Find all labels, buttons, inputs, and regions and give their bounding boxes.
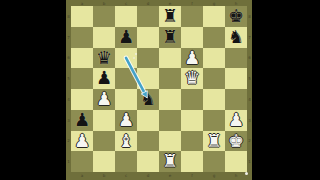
square-c3[interactable]: ♟ — [115, 110, 137, 131]
square-f7[interactable] — [181, 27, 203, 48]
square-g5[interactable] — [203, 68, 225, 89]
square-e6[interactable] — [159, 48, 181, 69]
square-f6[interactable]: ♟ — [181, 48, 203, 69]
square-b7[interactable] — [93, 27, 115, 48]
rank-label-left-2: 2 — [66, 138, 71, 143]
square-h4[interactable] — [225, 89, 247, 110]
file-label-top-g: g — [203, 1, 225, 6]
square-h2[interactable]: ♚ — [225, 131, 247, 152]
file-label-bottom-h: h — [225, 173, 247, 178]
square-a4[interactable] — [71, 89, 93, 110]
rank-label-right-7: 7 — [247, 35, 252, 40]
file-label-bottom-a: a — [71, 173, 93, 178]
piece-bp-c7[interactable]: ♟ — [118, 27, 134, 48]
rank-label-right-8: 8 — [247, 14, 252, 19]
rank-label-right-1: 1 — [247, 159, 252, 164]
square-c1[interactable] — [115, 151, 137, 172]
square-d2[interactable] — [137, 131, 159, 152]
square-e1[interactable]: ♜ — [159, 151, 181, 172]
square-f4[interactable] — [181, 89, 203, 110]
square-g8[interactable] — [203, 6, 225, 27]
square-d7[interactable] — [137, 27, 159, 48]
file-label-bottom-b: b — [93, 173, 115, 178]
file-label-bottom-c: c — [115, 173, 137, 178]
square-e2[interactable] — [159, 131, 181, 152]
square-b1[interactable] — [93, 151, 115, 172]
file-label-top-e: e — [159, 1, 181, 6]
square-f8[interactable] — [181, 6, 203, 27]
square-f1[interactable] — [181, 151, 203, 172]
square-f5[interactable]: ♛ — [181, 68, 203, 89]
piece-wq-f5[interactable]: ♛ — [184, 68, 200, 89]
piece-bp-b5[interactable]: ♟ — [96, 68, 112, 89]
square-e5[interactable] — [159, 68, 181, 89]
rank-label-left-6: 6 — [66, 55, 71, 60]
square-f3[interactable] — [181, 110, 203, 131]
rank-label-left-1: 1 — [66, 159, 71, 164]
square-e7[interactable]: ♜ — [159, 27, 181, 48]
rank-label-left-7: 7 — [66, 35, 71, 40]
square-b8[interactable] — [93, 6, 115, 27]
file-label-top-c: c — [115, 1, 137, 6]
square-h6[interactable] — [225, 48, 247, 69]
rank-label-left-3: 3 — [66, 118, 71, 123]
piece-wp-a2[interactable]: ♟ — [74, 131, 90, 152]
square-e4[interactable] — [159, 89, 181, 110]
rank-label-right-4: 4 — [247, 97, 252, 102]
file-label-bottom-g: g — [203, 173, 225, 178]
rank-label-right-2: 2 — [247, 138, 252, 143]
piece-wr-g2[interactable]: ♜ — [206, 131, 222, 152]
square-a5[interactable] — [71, 68, 93, 89]
square-c2[interactable]: ♝ — [115, 131, 137, 152]
square-g6[interactable] — [203, 48, 225, 69]
board-grid: ♜♚♟♜♞♛♟♟♛♟♞♟♟♟♟♝♜♚♜ — [71, 6, 247, 172]
file-label-top-f: f — [181, 1, 203, 6]
square-e8[interactable]: ♜ — [159, 6, 181, 27]
piece-br-e8[interactable]: ♜ — [162, 6, 178, 27]
piece-wb-c2[interactable]: ♝ — [118, 131, 134, 152]
square-d1[interactable] — [137, 151, 159, 172]
square-b2[interactable] — [93, 131, 115, 152]
rank-label-right-6: 6 — [247, 55, 252, 60]
square-a8[interactable] — [71, 6, 93, 27]
square-h7[interactable]: ♞ — [225, 27, 247, 48]
cursor-dot — [133, 57, 135, 59]
square-b3[interactable] — [93, 110, 115, 131]
square-c8[interactable] — [115, 6, 137, 27]
file-label-bottom-d: d — [137, 173, 159, 178]
file-label-top-a: a — [71, 1, 93, 6]
square-f2[interactable] — [181, 131, 203, 152]
square-g1[interactable] — [203, 151, 225, 172]
square-g2[interactable]: ♜ — [203, 131, 225, 152]
piece-bk-h8[interactable]: ♚ — [228, 6, 244, 27]
piece-wp-b4[interactable]: ♟ — [96, 89, 112, 110]
file-label-bottom-f: f — [181, 173, 203, 178]
file-label-top-d: d — [137, 1, 159, 6]
rank-label-left-4: 4 — [66, 97, 71, 102]
square-g4[interactable] — [203, 89, 225, 110]
square-h1[interactable] — [225, 151, 247, 172]
rank-label-right-3: 3 — [247, 118, 252, 123]
rank-label-left-5: 5 — [66, 76, 71, 81]
file-label-top-b: b — [93, 1, 115, 6]
square-h5[interactable] — [225, 68, 247, 89]
chess-board: ♜♚♟♜♞♛♟♟♛♟♞♟♟♟♟♝♜♚♜ — [66, 0, 252, 180]
square-b5[interactable]: ♟ — [93, 68, 115, 89]
square-a6[interactable] — [71, 48, 93, 69]
square-a2[interactable]: ♟ — [71, 131, 93, 152]
square-a7[interactable] — [71, 27, 93, 48]
square-c5[interactable] — [115, 68, 137, 89]
square-c7[interactable]: ♟ — [115, 27, 137, 48]
piece-br-e7[interactable]: ♜ — [162, 27, 178, 48]
piece-wr-e1[interactable]: ♜ — [162, 151, 178, 172]
square-h3[interactable]: ♟ — [225, 110, 247, 131]
file-label-top-h: h — [225, 1, 247, 6]
piece-bn-d4[interactable]: ♞ — [140, 89, 156, 110]
square-d4[interactable]: ♞ — [137, 89, 159, 110]
square-c4[interactable] — [115, 89, 137, 110]
square-a3[interactable]: ♟ — [71, 110, 93, 131]
piece-wp-f6[interactable]: ♟ — [184, 48, 200, 69]
piece-wp-h3[interactable]: ♟ — [228, 110, 244, 131]
square-g3[interactable] — [203, 110, 225, 131]
rank-label-left-8: 8 — [66, 14, 71, 19]
square-b6[interactable]: ♛ — [93, 48, 115, 69]
square-d8[interactable] — [137, 6, 159, 27]
square-g7[interactable] — [203, 27, 225, 48]
piece-bp-a3[interactable]: ♟ — [74, 110, 90, 131]
piece-bn-h7[interactable]: ♞ — [228, 27, 244, 48]
square-h8[interactable]: ♚ — [225, 6, 247, 27]
square-d3[interactable] — [137, 110, 159, 131]
board-corner-dot — [245, 172, 248, 175]
file-label-bottom-e: e — [159, 173, 181, 178]
square-e3[interactable] — [159, 110, 181, 131]
cursor-dot — [135, 53, 137, 55]
video-frame: ♜♚♟♜♞♛♟♟♛♟♞♟♟♟♟♝♜♚♜ aabbccddeeffgghh8877… — [0, 0, 320, 180]
piece-bq-b6[interactable]: ♛ — [96, 48, 112, 69]
square-b4[interactable]: ♟ — [93, 89, 115, 110]
rank-label-right-5: 5 — [247, 76, 252, 81]
square-d5[interactable] — [137, 68, 159, 89]
piece-wp-c3[interactable]: ♟ — [118, 110, 134, 131]
square-d6[interactable] — [137, 48, 159, 69]
square-a1[interactable] — [71, 151, 93, 172]
piece-wk-h2[interactable]: ♚ — [228, 131, 244, 152]
